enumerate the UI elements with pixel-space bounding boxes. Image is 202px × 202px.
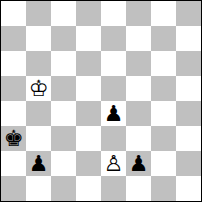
piece-black-pawn[interactable]: ♟ bbox=[29, 151, 49, 176]
square-h7[interactable] bbox=[176, 26, 201, 51]
square-d1[interactable] bbox=[76, 176, 101, 201]
square-c8[interactable] bbox=[51, 1, 76, 26]
piece-black-king[interactable]: ♚ bbox=[4, 126, 24, 151]
square-h2[interactable] bbox=[176, 151, 201, 176]
square-e6[interactable] bbox=[101, 51, 126, 76]
piece-white-king[interactable]: ♔ bbox=[29, 76, 49, 101]
square-g6[interactable] bbox=[151, 51, 176, 76]
square-h4[interactable] bbox=[176, 101, 201, 126]
square-e4[interactable]: ♟ bbox=[101, 101, 126, 126]
square-a7[interactable] bbox=[1, 26, 26, 51]
square-g1[interactable] bbox=[151, 176, 176, 201]
square-h3[interactable] bbox=[176, 126, 201, 151]
square-d2[interactable] bbox=[76, 151, 101, 176]
square-b6[interactable] bbox=[26, 51, 51, 76]
square-g7[interactable] bbox=[151, 26, 176, 51]
square-h5[interactable] bbox=[176, 76, 201, 101]
square-e1[interactable] bbox=[101, 176, 126, 201]
square-c7[interactable] bbox=[51, 26, 76, 51]
square-d5[interactable] bbox=[76, 76, 101, 101]
square-d8[interactable] bbox=[76, 1, 101, 26]
square-a6[interactable] bbox=[1, 51, 26, 76]
square-f7[interactable] bbox=[126, 26, 151, 51]
chess-diagram: ♔♟♚♟♙♟ bbox=[0, 0, 202, 202]
square-f2[interactable]: ♟ bbox=[126, 151, 151, 176]
square-h6[interactable] bbox=[176, 51, 201, 76]
square-c6[interactable] bbox=[51, 51, 76, 76]
square-a5[interactable] bbox=[1, 76, 26, 101]
square-c2[interactable] bbox=[51, 151, 76, 176]
chess-board: ♔♟♚♟♙♟ bbox=[1, 1, 201, 201]
square-b7[interactable] bbox=[26, 26, 51, 51]
square-d3[interactable] bbox=[76, 126, 101, 151]
square-c1[interactable] bbox=[51, 176, 76, 201]
square-b1[interactable] bbox=[26, 176, 51, 201]
square-e2[interactable]: ♙ bbox=[101, 151, 126, 176]
square-e7[interactable] bbox=[101, 26, 126, 51]
square-f1[interactable] bbox=[126, 176, 151, 201]
square-f5[interactable] bbox=[126, 76, 151, 101]
square-b2[interactable]: ♟ bbox=[26, 151, 51, 176]
square-g5[interactable] bbox=[151, 76, 176, 101]
square-g8[interactable] bbox=[151, 1, 176, 26]
square-h1[interactable] bbox=[176, 176, 201, 201]
square-c5[interactable] bbox=[51, 76, 76, 101]
square-g4[interactable] bbox=[151, 101, 176, 126]
square-a2[interactable] bbox=[1, 151, 26, 176]
square-e5[interactable] bbox=[101, 76, 126, 101]
square-c3[interactable] bbox=[51, 126, 76, 151]
square-d6[interactable] bbox=[76, 51, 101, 76]
square-e3[interactable] bbox=[101, 126, 126, 151]
square-a1[interactable] bbox=[1, 176, 26, 201]
piece-black-pawn[interactable]: ♟ bbox=[104, 101, 124, 126]
square-c4[interactable] bbox=[51, 101, 76, 126]
square-g2[interactable] bbox=[151, 151, 176, 176]
square-b3[interactable] bbox=[26, 126, 51, 151]
square-b8[interactable] bbox=[26, 1, 51, 26]
square-f3[interactable] bbox=[126, 126, 151, 151]
square-d7[interactable] bbox=[76, 26, 101, 51]
square-f4[interactable] bbox=[126, 101, 151, 126]
square-h8[interactable] bbox=[176, 1, 201, 26]
piece-black-pawn[interactable]: ♟ bbox=[129, 151, 149, 176]
square-a4[interactable] bbox=[1, 101, 26, 126]
square-b4[interactable] bbox=[26, 101, 51, 126]
piece-white-pawn[interactable]: ♙ bbox=[104, 151, 124, 176]
square-f8[interactable] bbox=[126, 1, 151, 26]
square-b5[interactable]: ♔ bbox=[26, 76, 51, 101]
square-f6[interactable] bbox=[126, 51, 151, 76]
square-g3[interactable] bbox=[151, 126, 176, 151]
square-e8[interactable] bbox=[101, 1, 126, 26]
square-d4[interactable] bbox=[76, 101, 101, 126]
square-a3[interactable]: ♚ bbox=[1, 126, 26, 151]
square-a8[interactable] bbox=[1, 1, 26, 26]
